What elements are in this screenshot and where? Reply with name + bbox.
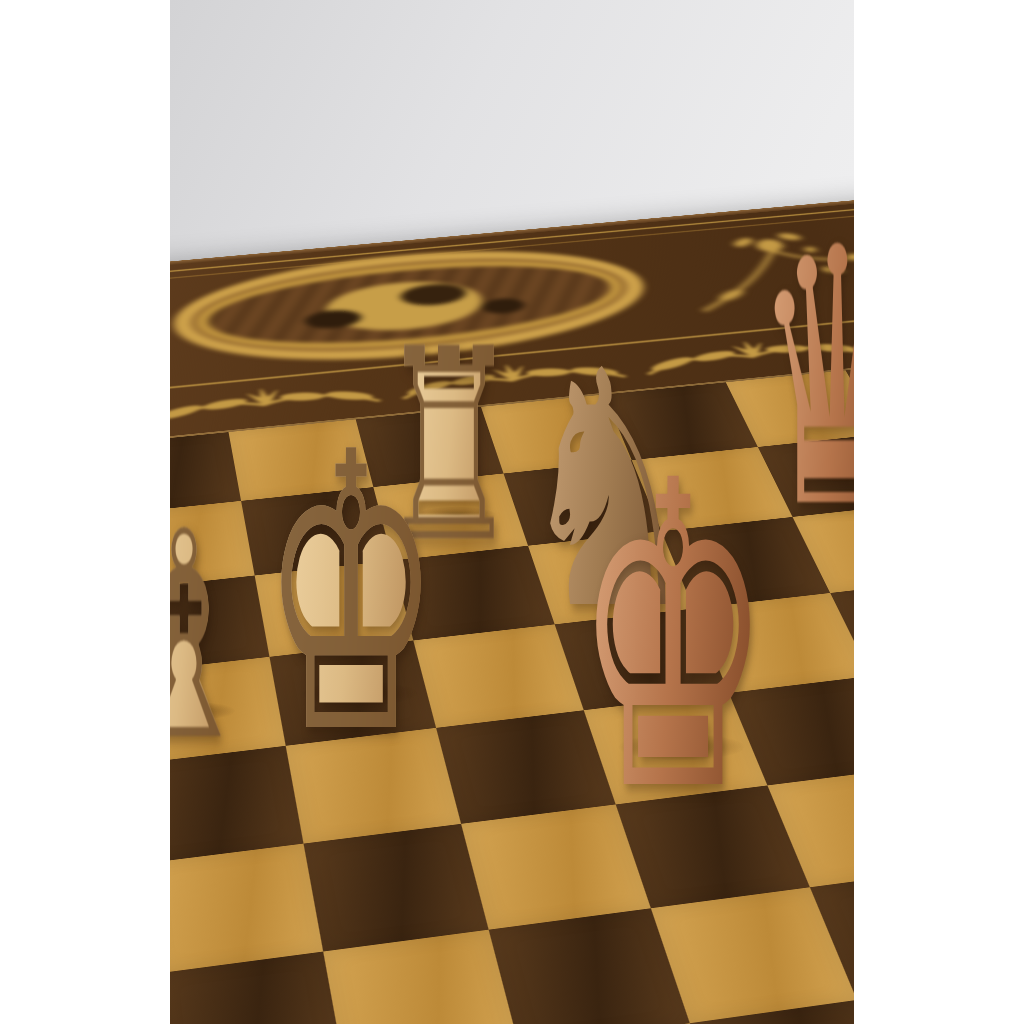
white-bishop-outline: ♗ [170,494,255,780]
white-king[interactable]: ♚♔ [262,403,441,786]
product-photo: ♝♗♚♔♜♖♞♚♛ [170,0,854,1024]
page-margin-right [854,0,1024,1024]
page-margin-left [0,0,170,1024]
red-king-glyph: ♚ [575,427,772,849]
red-king[interactable]: ♚ [575,427,772,849]
white-king-outline: ♔ [262,403,441,786]
white-bishop[interactable]: ♝♗ [170,494,255,780]
